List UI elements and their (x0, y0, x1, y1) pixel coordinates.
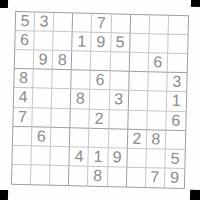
corner-artifact-bottom-left (0, 190, 8, 200)
cell-r8c2[interactable] (31, 146, 51, 166)
cell-r8c8[interactable] (146, 149, 166, 169)
cell-r2c8[interactable] (149, 34, 169, 54)
cell-r9c3[interactable] (50, 166, 70, 186)
cell-r2c6[interactable]: 5 (111, 33, 131, 53)
cell-r2c1[interactable]: 6 (15, 31, 35, 51)
cell-r3c6[interactable] (110, 52, 130, 72)
cell-r4c9[interactable]: 3 (167, 73, 187, 93)
cell-r7c7[interactable]: 2 (127, 129, 147, 149)
cell-r8c7[interactable] (127, 148, 147, 168)
cell-r3c7[interactable] (129, 53, 149, 73)
cell-r7c9[interactable] (166, 130, 186, 150)
cell-r7c3[interactable] (51, 127, 71, 147)
cell-r4c4[interactable] (72, 71, 92, 91)
cell-r2c2[interactable] (34, 31, 54, 51)
cell-r8c3[interactable] (51, 147, 71, 167)
corner-artifact-top-right (191, 0, 200, 7)
cell-r5c7[interactable] (128, 91, 148, 111)
cell-r4c1[interactable]: 8 (14, 69, 34, 89)
cell-r8c9[interactable]: 5 (165, 149, 185, 169)
cell-r7c2[interactable]: 6 (32, 127, 52, 147)
cell-r9c2[interactable] (31, 165, 51, 185)
cell-r8c6[interactable]: 9 (108, 148, 128, 168)
cell-r7c6[interactable] (108, 129, 128, 149)
cell-r5c2[interactable] (33, 89, 53, 109)
cell-r4c3[interactable] (52, 70, 72, 90)
cell-r7c5[interactable] (89, 128, 109, 148)
cell-r6c7[interactable] (128, 110, 148, 130)
cell-r9c5[interactable]: 8 (88, 167, 108, 187)
cell-r9c1[interactable] (12, 165, 32, 185)
cell-r1c4[interactable] (73, 13, 93, 33)
cell-r5c3[interactable] (52, 89, 72, 109)
cell-r4c6[interactable] (110, 72, 130, 92)
cell-r5c8[interactable] (148, 92, 168, 112)
cell-r6c4[interactable] (71, 109, 91, 129)
cell-r6c2[interactable] (32, 108, 52, 128)
cell-r5c4[interactable]: 8 (71, 90, 91, 110)
cell-r1c6[interactable] (111, 14, 131, 34)
cell-r2c4[interactable]: 1 (73, 32, 93, 52)
cell-r8c4[interactable]: 4 (70, 147, 90, 167)
cell-r3c1[interactable] (15, 50, 35, 70)
cell-r8c5[interactable]: 1 (89, 148, 109, 168)
cell-r1c1[interactable]: 5 (16, 12, 36, 32)
corner-artifact-top-left (0, 0, 8, 8)
cell-r4c2[interactable] (33, 70, 53, 90)
cell-r5c9[interactable]: 1 (167, 92, 187, 112)
cell-r9c6[interactable] (107, 167, 127, 187)
cell-r4c5[interactable]: 6 (91, 71, 111, 91)
cell-r1c3[interactable] (54, 13, 74, 33)
cell-r2c5[interactable]: 9 (92, 33, 112, 53)
cell-r6c1[interactable]: 7 (13, 107, 33, 127)
cell-r1c5[interactable]: 7 (92, 14, 112, 34)
cell-r6c6[interactable] (109, 110, 129, 130)
cell-r4c7[interactable] (129, 72, 149, 92)
cell-r2c3[interactable] (53, 32, 73, 52)
cell-r2c7[interactable] (130, 34, 150, 54)
cell-r1c9[interactable] (168, 16, 188, 36)
cell-r5c5[interactable] (90, 90, 110, 110)
sudoku-screenshot: 537619598686348317266284195879 (0, 0, 200, 200)
cell-r5c1[interactable]: 4 (14, 88, 34, 108)
cell-r9c4[interactable] (69, 166, 89, 186)
cell-r9c8[interactable]: 7 (146, 168, 166, 188)
cell-r2c9[interactable] (168, 35, 188, 55)
cell-r1c2[interactable]: 3 (35, 12, 55, 32)
cell-r1c8[interactable] (149, 15, 169, 35)
cell-r7c4[interactable] (70, 128, 90, 148)
sudoku-board: 537619598686348317266284195879 (11, 11, 189, 189)
cell-r3c2[interactable]: 9 (34, 51, 54, 71)
cell-r3c9[interactable] (168, 54, 188, 74)
cell-r6c5[interactable]: 2 (90, 109, 110, 129)
cell-r3c5[interactable] (91, 52, 111, 72)
cell-r6c8[interactable] (147, 111, 167, 131)
cell-r3c3[interactable]: 8 (53, 51, 73, 71)
cell-r7c8[interactable]: 8 (147, 130, 167, 150)
cell-r8c1[interactable] (12, 146, 32, 166)
sudoku-board-wrapper: 537619598686348317266284195879 (11, 11, 189, 189)
cell-r9c7[interactable] (127, 168, 147, 188)
cell-r7c1[interactable] (13, 127, 33, 147)
cell-r3c8[interactable]: 6 (148, 53, 168, 73)
corner-artifact-bottom-right (190, 190, 200, 200)
cell-r4c8[interactable] (148, 73, 168, 93)
cell-r9c9[interactable]: 9 (165, 168, 185, 188)
cell-r5c6[interactable]: 3 (109, 91, 129, 111)
cell-r1c7[interactable] (130, 15, 150, 35)
cell-r6c3[interactable] (52, 108, 72, 128)
cell-r6c9[interactable]: 6 (166, 111, 186, 131)
cell-r3c4[interactable] (72, 52, 92, 72)
